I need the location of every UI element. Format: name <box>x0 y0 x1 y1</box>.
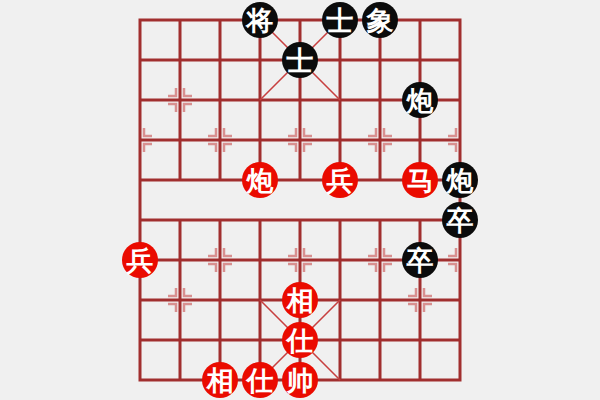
piece-black-pawn[interactable]: 卒 <box>402 242 438 278</box>
piece-black-pawn[interactable]: 卒 <box>442 202 478 238</box>
piece-red-general[interactable]: 帅 <box>282 362 318 398</box>
piece-black-advisor[interactable]: 士 <box>322 2 358 38</box>
piece-red-pawn[interactable]: 兵 <box>122 242 158 278</box>
piece-black-general[interactable]: 将 <box>242 2 278 38</box>
piece-red-advisor[interactable]: 仕 <box>242 362 278 398</box>
piece-red-pawn[interactable]: 兵 <box>322 162 358 198</box>
piece-red-elephant[interactable]: 相 <box>282 282 318 318</box>
piece-black-advisor[interactable]: 士 <box>282 42 318 78</box>
piece-red-advisor[interactable]: 仕 <box>282 322 318 358</box>
piece-red-elephant[interactable]: 相 <box>202 362 238 398</box>
piece-black-cannon[interactable]: 炮 <box>442 162 478 198</box>
piece-black-elephant[interactable]: 象 <box>362 2 398 38</box>
piece-red-horse[interactable]: 马 <box>402 162 438 198</box>
xiangqi-app: 将士象士炮炮兵马炮卒兵卒相仕相仕帅 <box>0 0 600 400</box>
piece-red-cannon[interactable]: 炮 <box>242 162 278 198</box>
piece-black-cannon[interactable]: 炮 <box>402 82 438 118</box>
